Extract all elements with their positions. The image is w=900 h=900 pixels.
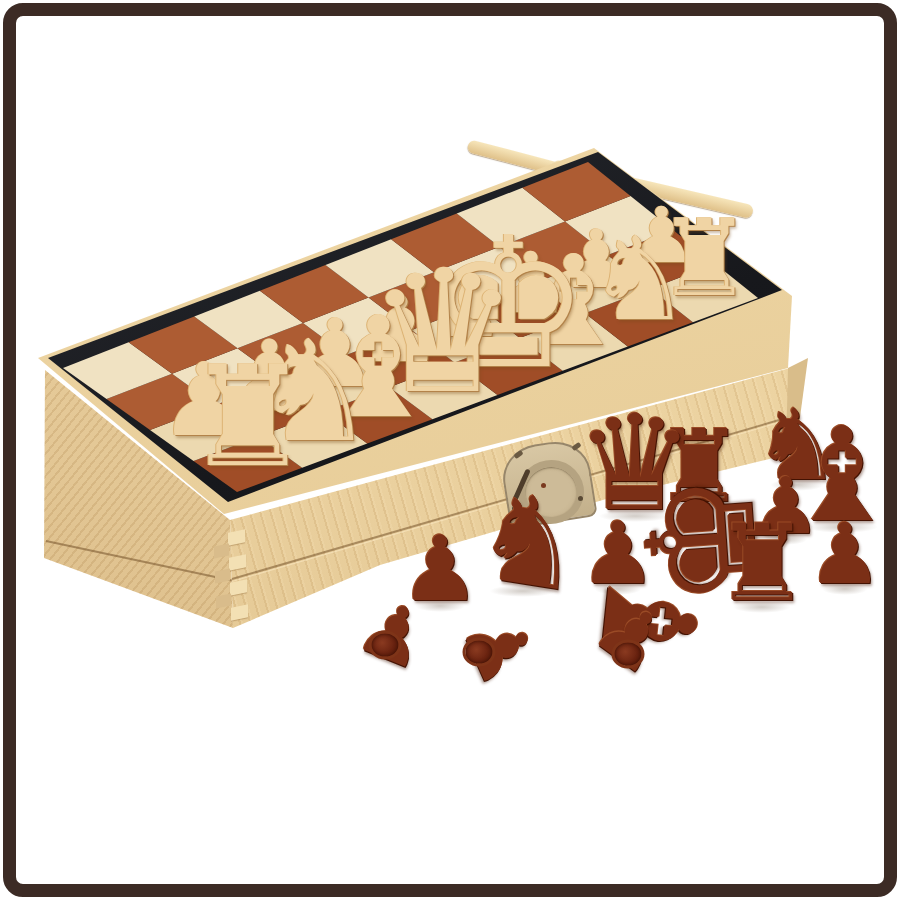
- chess-box-scene: ♟♟♜♟♞♟♝♟♚♟♛♟♝♟♞♜♞♜♛♝♟♚♟♟♞♟♜♝♟♟♟: [0, 0, 900, 900]
- product-photo: Product photograph of a folding wooden c…: [0, 0, 900, 900]
- dark-knight-leaning-2: ♞: [466, 473, 593, 611]
- white-rook-a1: ♜: [185, 347, 310, 487]
- pawn-base-disc: [612, 640, 645, 669]
- pawn-base-disc: [463, 638, 496, 667]
- dark-rook-standing-10: ♜: [714, 511, 809, 617]
- dark-pawn-standing-9: ♟: [807, 512, 882, 596]
- pawn-base-disc: [369, 631, 402, 660]
